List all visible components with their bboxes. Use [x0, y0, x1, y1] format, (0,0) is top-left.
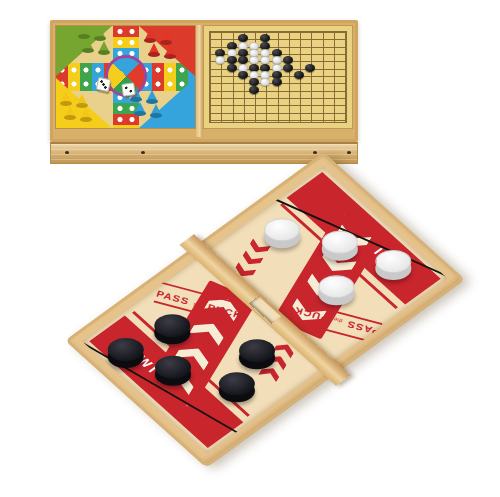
- black-puck-top: [155, 356, 191, 379]
- dice[interactable]: [121, 82, 136, 97]
- white-puck-top: [264, 218, 300, 241]
- black-stone[interactable]: [249, 86, 259, 94]
- sling-puck-board: WINNER WINNER: [65, 152, 465, 467]
- white-puck-top: [322, 231, 358, 254]
- white-puck[interactable]: [319, 275, 355, 305]
- chevron-arrow-icon: [240, 250, 264, 268]
- black-puck[interactable]: [219, 372, 255, 402]
- the-word: the: [333, 316, 344, 324]
- white-puck[interactable]: [322, 231, 358, 261]
- black-puck[interactable]: [155, 356, 191, 386]
- the-word: the: [193, 302, 204, 310]
- dice[interactable]: [96, 77, 111, 92]
- product-photo-scene: WINNER WINNER: [0, 0, 500, 497]
- tray-board-divider: [196, 25, 203, 137]
- white-puck[interactable]: [264, 218, 300, 248]
- black-puck-top: [219, 372, 255, 395]
- ludo-board: [55, 25, 196, 129]
- black-puck-top: [108, 338, 144, 361]
- black-stone[interactable]: [238, 71, 248, 79]
- black-puck[interactable]: [239, 339, 275, 369]
- black-stone[interactable]: [272, 78, 282, 86]
- black-stone[interactable]: [305, 64, 315, 72]
- black-stone[interactable]: [227, 64, 237, 72]
- black-stone[interactable]: [283, 64, 293, 72]
- green-pawn[interactable]: [82, 37, 94, 53]
- multi-game-tray: [50, 20, 358, 164]
- white-puck-top: [375, 250, 411, 273]
- tray-hole: [347, 151, 351, 154]
- blue-pawn[interactable]: [134, 100, 146, 116]
- chevron-arrow-icon: [189, 317, 229, 346]
- yellow-pawn[interactable]: [64, 104, 76, 120]
- tray-surface: [50, 20, 358, 142]
- black-stone[interactable]: [294, 71, 304, 79]
- black-puck[interactable]: [154, 314, 190, 344]
- black-puck-top: [154, 314, 190, 337]
- green-pawn[interactable]: [98, 39, 110, 55]
- blue-pawn[interactable]: [150, 102, 162, 118]
- white-puck[interactable]: [375, 250, 411, 280]
- white-puck-top: [319, 275, 355, 298]
- red-pawn[interactable]: [164, 43, 176, 59]
- yellow-pawn[interactable]: [80, 106, 92, 122]
- pass-word: PASS: [155, 288, 191, 306]
- tray-hole: [313, 151, 317, 154]
- black-puck-top: [239, 339, 275, 362]
- black-puck[interactable]: [108, 338, 144, 368]
- tray-hole: [65, 151, 69, 154]
- red-pawn[interactable]: [148, 41, 160, 57]
- tray-hole: [141, 151, 145, 154]
- gomoku-board: [203, 25, 353, 129]
